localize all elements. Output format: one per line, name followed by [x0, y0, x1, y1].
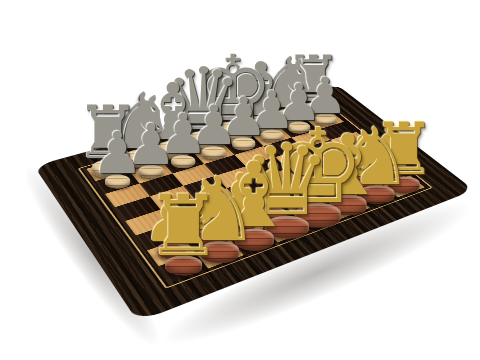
chess-set-photo: ♜♞♝♛♚♝♞♜♟♟♟♟♟♟♟♟♟♟♟♟♟♟♟♟♜♞♝♛♚♝♞♜	[0, 0, 480, 360]
chessboard	[34, 84, 474, 322]
playing-area	[86, 103, 424, 283]
